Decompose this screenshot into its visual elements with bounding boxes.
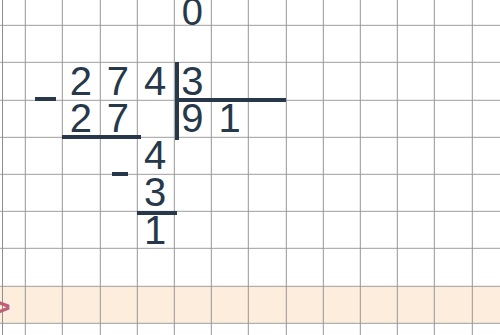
quotient-digit-9: 9 — [174, 99, 211, 136]
remainder-digit-1: 1 — [137, 211, 174, 248]
dividend-digit-7: 7 — [99, 62, 136, 99]
subtrahend-digit-2: 2 — [62, 99, 99, 136]
subtrahend-digit-7: 7 — [99, 99, 136, 136]
subtraction-line-2 — [137, 211, 177, 215]
brought-down-digit-4: 4 — [137, 137, 174, 174]
long-division-work: 0 2 7 4 3 2 7 9 1 4 3 1 > — [0, 0, 500, 335]
division-bracket-horizontal — [175, 98, 286, 102]
dividend-digit-2: 2 — [62, 62, 99, 99]
divisor-digit-3: 3 — [174, 62, 211, 99]
subtraction-line-1 — [62, 135, 141, 139]
digit-zero-top: 0 — [174, 0, 211, 30]
dividend-digit-4: 4 — [137, 62, 174, 99]
product-digit-3: 3 — [137, 174, 174, 211]
quotient-digit-1: 1 — [211, 99, 248, 136]
minus-sign-lower — [112, 172, 129, 176]
notebook-page: 0 2 7 4 3 2 7 9 1 4 3 1 > — [0, 0, 500, 335]
minus-sign-upper — [35, 97, 56, 101]
prompt-chevron-icon[interactable]: > — [0, 288, 30, 325]
